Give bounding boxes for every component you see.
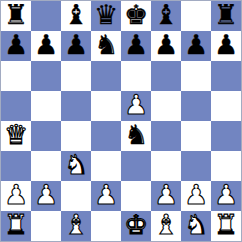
square-c4[interactable] — [61, 121, 91, 151]
square-g6[interactable] — [181, 61, 211, 91]
white-queen[interactable]: ♛ — [4, 121, 28, 150]
black-pawn[interactable]: ♟ — [184, 31, 208, 60]
square-b4[interactable] — [31, 121, 61, 151]
square-d7[interactable]: ♞ — [91, 31, 121, 61]
square-f8[interactable]: ♝ — [151, 1, 181, 31]
square-f5[interactable] — [151, 91, 181, 121]
white-pawn[interactable]: ♟ — [4, 181, 28, 210]
square-d4[interactable] — [91, 121, 121, 151]
square-h8[interactable]: ♜ — [211, 1, 241, 31]
black-queen[interactable]: ♛ — [94, 1, 118, 30]
square-d1[interactable] — [91, 211, 121, 241]
square-a2[interactable]: ♟ — [1, 181, 31, 211]
white-pawn[interactable]: ♟ — [154, 181, 178, 210]
square-e1[interactable]: ♚ — [121, 211, 151, 241]
black-knight[interactable]: ♞ — [94, 31, 118, 60]
square-f1[interactable]: ♝ — [151, 211, 181, 241]
square-h2[interactable]: ♟ — [211, 181, 241, 211]
square-c7[interactable]: ♟ — [61, 31, 91, 61]
square-a3[interactable] — [1, 151, 31, 181]
white-knight[interactable]: ♞ — [184, 211, 208, 240]
square-a5[interactable] — [1, 91, 31, 121]
black-pawn[interactable]: ♟ — [4, 31, 28, 60]
square-c3[interactable]: ♞ — [61, 151, 91, 181]
square-f3[interactable] — [151, 151, 181, 181]
square-b6[interactable] — [31, 61, 61, 91]
square-e5[interactable]: ♟ — [121, 91, 151, 121]
square-g5[interactable] — [181, 91, 211, 121]
square-d6[interactable] — [91, 61, 121, 91]
square-a1[interactable]: ♜ — [1, 211, 31, 241]
white-bishop[interactable]: ♝ — [64, 211, 88, 240]
square-c5[interactable] — [61, 91, 91, 121]
white-pawn[interactable]: ♟ — [214, 181, 238, 210]
square-c1[interactable]: ♝ — [61, 211, 91, 241]
black-pawn[interactable]: ♟ — [64, 31, 88, 60]
square-e2[interactable] — [121, 181, 151, 211]
black-bishop[interactable]: ♝ — [64, 1, 88, 30]
square-b8[interactable] — [31, 1, 61, 31]
square-c8[interactable]: ♝ — [61, 1, 91, 31]
black-bishop[interactable]: ♝ — [154, 1, 178, 30]
square-a7[interactable]: ♟ — [1, 31, 31, 61]
square-h7[interactable]: ♟ — [211, 31, 241, 61]
square-h3[interactable] — [211, 151, 241, 181]
square-e4[interactable]: ♞ — [121, 121, 151, 151]
square-g4[interactable] — [181, 121, 211, 151]
square-g8[interactable] — [181, 1, 211, 31]
square-g3[interactable] — [181, 151, 211, 181]
square-f4[interactable] — [151, 121, 181, 151]
white-pawn[interactable]: ♟ — [34, 181, 58, 210]
square-h1[interactable]: ♜ — [211, 211, 241, 241]
square-c6[interactable] — [61, 61, 91, 91]
square-g1[interactable]: ♞ — [181, 211, 211, 241]
white-bishop[interactable]: ♝ — [154, 211, 178, 240]
square-e6[interactable] — [121, 61, 151, 91]
white-pawn[interactable]: ♟ — [124, 91, 148, 120]
square-g2[interactable]: ♟ — [181, 181, 211, 211]
square-b2[interactable]: ♟ — [31, 181, 61, 211]
square-e8[interactable]: ♚ — [121, 1, 151, 31]
white-rook[interactable]: ♜ — [4, 211, 28, 240]
square-d2[interactable]: ♟ — [91, 181, 121, 211]
square-b1[interactable] — [31, 211, 61, 241]
black-pawn[interactable]: ♟ — [154, 31, 178, 60]
square-e7[interactable]: ♟ — [121, 31, 151, 61]
black-pawn[interactable]: ♟ — [34, 31, 58, 60]
square-b7[interactable]: ♟ — [31, 31, 61, 61]
square-h5[interactable] — [211, 91, 241, 121]
square-f2[interactable]: ♟ — [151, 181, 181, 211]
square-d8[interactable]: ♛ — [91, 1, 121, 31]
square-g7[interactable]: ♟ — [181, 31, 211, 61]
square-d5[interactable] — [91, 91, 121, 121]
square-f7[interactable]: ♟ — [151, 31, 181, 61]
square-a4[interactable]: ♛ — [1, 121, 31, 151]
square-d3[interactable] — [91, 151, 121, 181]
square-a8[interactable]: ♜ — [1, 1, 31, 31]
white-rook[interactable]: ♜ — [214, 211, 238, 240]
black-pawn[interactable]: ♟ — [124, 31, 148, 60]
square-h6[interactable] — [211, 61, 241, 91]
black-knight[interactable]: ♞ — [124, 121, 148, 150]
square-b3[interactable] — [31, 151, 61, 181]
square-c2[interactable] — [61, 181, 91, 211]
black-king[interactable]: ♚ — [124, 1, 148, 30]
square-a6[interactable] — [1, 61, 31, 91]
square-b5[interactable] — [31, 91, 61, 121]
square-f6[interactable] — [151, 61, 181, 91]
white-knight[interactable]: ♞ — [64, 151, 88, 180]
white-pawn[interactable]: ♟ — [94, 181, 118, 210]
black-pawn[interactable]: ♟ — [214, 31, 238, 60]
square-e3[interactable] — [121, 151, 151, 181]
black-rook[interactable]: ♜ — [214, 1, 238, 30]
white-pawn[interactable]: ♟ — [184, 181, 208, 210]
square-h4[interactable] — [211, 121, 241, 151]
black-rook[interactable]: ♜ — [4, 1, 28, 30]
white-king[interactable]: ♚ — [124, 211, 148, 240]
chess-board: ♜♝♛♚♝♜♟♟♟♞♟♟♟♟♟♛♞♞♟♟♟♟♟♟♜♝♚♝♞♜ — [0, 0, 242, 242]
